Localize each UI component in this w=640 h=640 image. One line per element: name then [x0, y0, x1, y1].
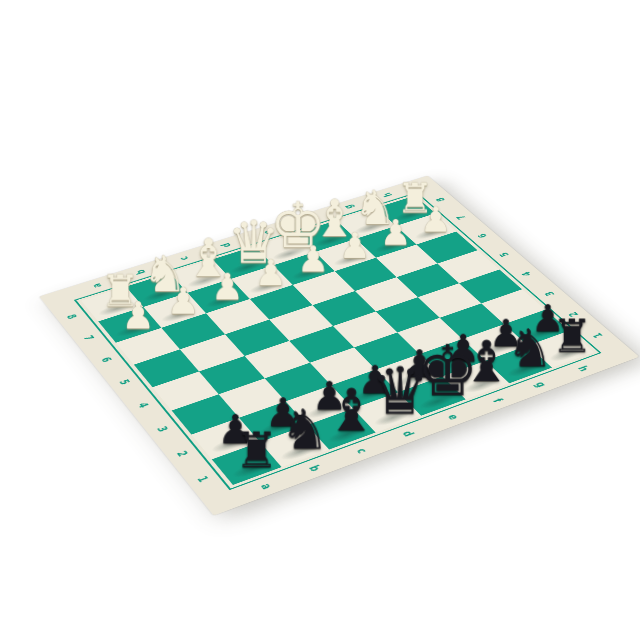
- cell-d4: [289, 326, 354, 363]
- white-pawn-d7[interactable]: ♟: [246, 255, 295, 291]
- white-pawn-a7[interactable]: ♟: [113, 297, 163, 334]
- white-pawn-c7[interactable]: ♟: [203, 269, 252, 305]
- rank-label-5: 5: [479, 243, 529, 265]
- white-pawn-e7[interactable]: ♟: [289, 241, 337, 277]
- rank-label-6: 6: [458, 225, 508, 247]
- chess-mat: abcdefgh abcdefgh 87654321 87654321 ♜♞♝♛…: [39, 176, 639, 516]
- black-rook-a1[interactable]: ♜: [229, 425, 284, 475]
- white-pawn-g7[interactable]: ♟: [372, 215, 419, 250]
- rank-label-8: 8: [45, 305, 99, 330]
- rank-label-4: 4: [501, 262, 552, 285]
- black-bishop-c1[interactable]: ♝: [325, 382, 379, 440]
- product-photo: abcdefgh abcdefgh 87654321 87654321 ♜♞♝♛…: [0, 0, 640, 640]
- black-knight-b1[interactable]: ♞: [277, 402, 332, 458]
- black-queen-d1[interactable]: ♛: [371, 358, 424, 423]
- white-pawn-b7[interactable]: ♟: [158, 283, 208, 320]
- white-pawn-f7[interactable]: ♟: [331, 228, 379, 263]
